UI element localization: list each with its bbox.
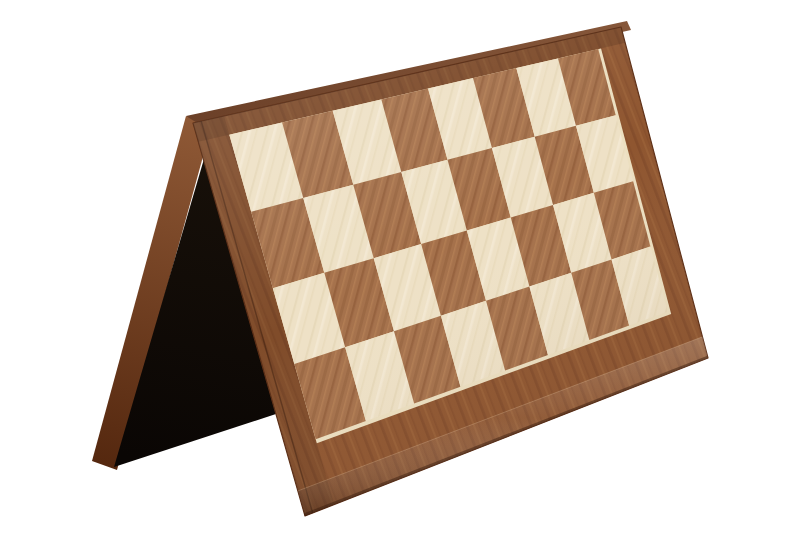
folding-chessboard-photo: [0, 0, 800, 533]
photo-stage: [0, 0, 800, 533]
